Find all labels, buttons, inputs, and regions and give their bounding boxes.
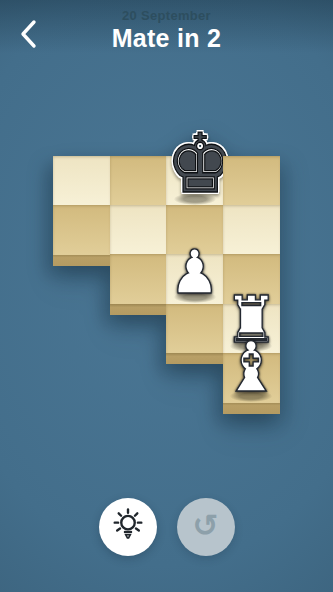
hint-button[interactable] xyxy=(99,498,157,556)
board-side-edge xyxy=(166,353,223,365)
bottom-controls: ↺ xyxy=(0,498,333,556)
square-b4[interactable] xyxy=(110,205,167,255)
board-side-edge xyxy=(110,304,167,316)
square-d1[interactable]: ♝ xyxy=(223,353,280,403)
undo-button[interactable]: ↺ xyxy=(177,498,235,556)
white-bishop[interactable]: ♝ xyxy=(223,332,280,401)
square-d4[interactable] xyxy=(223,205,280,255)
square-c3[interactable]: ♟ xyxy=(166,254,223,304)
chess-board: ♚♟♜♝ xyxy=(53,156,279,414)
square-c5[interactable]: ♚ xyxy=(166,156,223,206)
square-a5[interactable] xyxy=(53,156,110,206)
square-b3[interactable] xyxy=(110,254,167,304)
board-side-edge xyxy=(53,254,110,266)
puzzle-date: 20 September xyxy=(0,8,333,23)
undo-arrow-icon: ↺ xyxy=(193,510,219,541)
square-b5[interactable] xyxy=(110,156,167,206)
page-title: Mate in 2 xyxy=(0,24,333,53)
black-king[interactable]: ♚ xyxy=(166,123,223,205)
square-c2[interactable] xyxy=(166,304,223,354)
lightbulb-icon xyxy=(109,507,147,548)
square-a4[interactable] xyxy=(53,205,110,255)
white-pawn[interactable]: ♟ xyxy=(166,243,223,303)
header: 20 September Mate in 2 xyxy=(0,0,333,64)
square-d5[interactable] xyxy=(223,156,280,206)
